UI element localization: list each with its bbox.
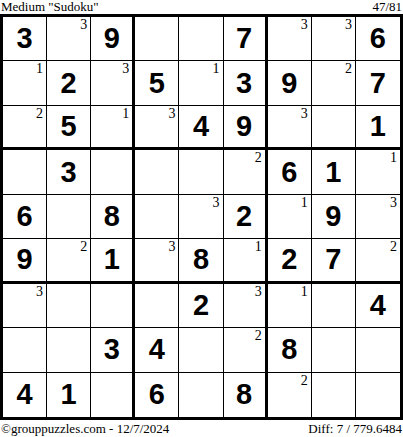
cell-r5c6[interactable]: 2 (224, 195, 268, 239)
cell-r8c7[interactable]: 8 (268, 328, 312, 372)
cell-r9c2[interactable]: 1 (47, 373, 91, 417)
sudoku-board: 3397336123513927251349313261168321939213… (0, 14, 403, 420)
cell-r1c2[interactable]: 3 (47, 17, 91, 61)
cell-r2c8[interactable]: 2 (312, 61, 356, 105)
cell-value: 1 (47, 373, 90, 417)
cell-value: 8 (268, 328, 311, 371)
difficulty-text: Diff: 7 / 779.6484 (308, 421, 402, 437)
cell-r8c9[interactable] (356, 328, 400, 372)
cell-r1c5[interactable] (179, 17, 223, 61)
puzzle-header: Medium "Sudoku" 47/81 (0, 0, 403, 14)
cell-r7c8[interactable] (312, 284, 356, 328)
cell-r3c6[interactable]: 9 (224, 106, 268, 150)
cell-r7c7[interactable]: 1 (268, 284, 312, 328)
cell-r4c8[interactable]: 1 (312, 150, 356, 194)
cell-r3c8[interactable] (312, 106, 356, 150)
cell-r2c9[interactable]: 7 (356, 61, 400, 105)
cell-r6c6[interactable]: 1 (224, 239, 268, 283)
cell-value: 4 (356, 284, 400, 327)
cell-value: 2 (179, 284, 222, 327)
cell-r1c3[interactable]: 9 (91, 17, 135, 61)
cell-value: 3 (47, 150, 90, 193)
cell-r8c2[interactable] (47, 328, 91, 372)
cell-r5c4[interactable] (135, 195, 179, 239)
pencil-mark: 3 (122, 61, 129, 76)
cell-r2c5[interactable]: 1 (179, 61, 223, 105)
cell-r3c4[interactable]: 3 (135, 106, 179, 150)
pencil-mark: 2 (36, 106, 43, 121)
cell-r5c7[interactable]: 1 (268, 195, 312, 239)
cell-value: 9 (224, 106, 265, 147)
cell-r5c3[interactable]: 8 (91, 195, 135, 239)
pencil-mark: 2 (80, 239, 87, 254)
cell-r1c6[interactable]: 7 (224, 17, 268, 61)
pencil-mark: 3 (255, 284, 262, 299)
cell-r5c2[interactable] (47, 195, 91, 239)
cell-r2c4[interactable]: 5 (135, 61, 179, 105)
pencil-mark: 1 (255, 239, 262, 254)
cell-r9c9[interactable] (356, 373, 400, 417)
cell-r1c7[interactable]: 3 (268, 17, 312, 61)
cell-r1c9[interactable]: 6 (356, 17, 400, 61)
progress-counter: 47/81 (372, 0, 402, 14)
cell-r9c4[interactable]: 6 (135, 373, 179, 417)
cell-value: 6 (356, 17, 400, 60)
cell-value: 2 (47, 61, 90, 104)
puzzle-footer: ©grouppuzzles.com - 12/7/2024 Diff: 7 / … (0, 420, 403, 437)
pencil-mark: 2 (390, 239, 397, 254)
cell-value: 7 (356, 61, 400, 104)
cell-r4c2[interactable]: 3 (47, 150, 91, 194)
cell-r9c6[interactable]: 8 (224, 373, 268, 417)
cell-r3c2[interactable]: 5 (47, 106, 91, 150)
pencil-mark: 3 (301, 106, 308, 121)
cell-r9c1[interactable]: 4 (3, 373, 47, 417)
cell-value: 8 (224, 373, 265, 417)
cell-r6c7[interactable]: 2 (268, 239, 312, 283)
cell-value: 5 (47, 106, 90, 147)
pencil-mark: 1 (390, 150, 397, 165)
cell-r4c1[interactable] (3, 150, 47, 194)
pencil-mark: 3 (345, 17, 352, 32)
pencil-mark: 2 (255, 328, 262, 343)
cell-value: 1 (91, 239, 132, 280)
cell-r8c5[interactable] (179, 328, 223, 372)
copyright-text: ©grouppuzzles.com - 12/7/2024 (1, 421, 169, 437)
cell-r4c5[interactable] (179, 150, 223, 194)
cell-r7c2[interactable] (47, 284, 91, 328)
pencil-mark: 2 (301, 373, 308, 388)
cell-value: 9 (91, 17, 132, 60)
cell-r2c3[interactable]: 3 (91, 61, 135, 105)
cell-value: 7 (224, 17, 265, 60)
cell-r4c6[interactable]: 2 (224, 150, 268, 194)
pencil-mark: 3 (390, 195, 397, 210)
cell-r9c7[interactable]: 2 (268, 373, 312, 417)
cell-r1c4[interactable] (135, 17, 179, 61)
cell-value: 3 (91, 328, 132, 371)
pencil-mark: 1 (301, 284, 308, 299)
cell-r5c8[interactable]: 9 (312, 195, 356, 239)
pencil-mark: 3 (168, 106, 175, 121)
cell-r6c2[interactable]: 2 (47, 239, 91, 283)
cell-r3c9[interactable]: 1 (356, 106, 400, 150)
pencil-mark: 1 (213, 61, 220, 76)
cell-value: 8 (91, 195, 132, 238)
cell-value: 9 (3, 239, 46, 280)
cell-r4c7[interactable]: 6 (268, 150, 312, 194)
cell-value: 6 (3, 195, 46, 238)
pencil-mark: 1 (36, 61, 43, 76)
cell-r8c1[interactable] (3, 328, 47, 372)
cell-r5c1[interactable]: 6 (3, 195, 47, 239)
cell-r2c1[interactable]: 1 (3, 61, 47, 105)
puzzle-title: Medium "Sudoku" (1, 0, 99, 14)
cell-value: 4 (3, 373, 46, 417)
cell-r8c6[interactable]: 2 (224, 328, 268, 372)
cell-value: 3 (224, 61, 265, 104)
cell-r4c4[interactable] (135, 150, 179, 194)
cell-r1c1[interactable]: 3 (3, 17, 47, 61)
cell-r7c4[interactable] (135, 284, 179, 328)
cell-value: 1 (312, 150, 355, 193)
cell-value: 8 (179, 239, 222, 280)
cell-r8c8[interactable] (312, 328, 356, 372)
pencil-mark: 2 (255, 150, 262, 165)
cell-r2c7[interactable]: 9 (268, 61, 312, 105)
cell-r9c8[interactable] (312, 373, 356, 417)
pencil-mark: 3 (301, 17, 308, 32)
cell-r9c5[interactable] (179, 373, 223, 417)
cell-value: 9 (312, 195, 355, 238)
cell-r6c4[interactable]: 3 (135, 239, 179, 283)
cell-r7c6[interactable]: 3 (224, 284, 268, 328)
cell-r6c8[interactable]: 7 (312, 239, 356, 283)
cell-r3c3[interactable]: 1 (91, 106, 135, 150)
cell-value: 5 (135, 61, 178, 104)
cell-r6c1[interactable]: 9 (3, 239, 47, 283)
cell-r3c5[interactable]: 4 (179, 106, 223, 150)
cell-r6c9[interactable]: 2 (356, 239, 400, 283)
cell-r1c8[interactable]: 3 (312, 17, 356, 61)
cell-value: 6 (135, 373, 178, 417)
cell-value: 2 (224, 195, 265, 238)
cell-r5c9[interactable]: 3 (356, 195, 400, 239)
pencil-mark: 3 (213, 195, 220, 210)
pencil-mark: 3 (80, 17, 87, 32)
cell-r6c5[interactable]: 8 (179, 239, 223, 283)
cell-r7c5[interactable]: 2 (179, 284, 223, 328)
cell-r7c1[interactable]: 3 (3, 284, 47, 328)
cell-value: 4 (135, 328, 178, 371)
cell-r3c7[interactable]: 3 (268, 106, 312, 150)
cell-r7c3[interactable] (91, 284, 135, 328)
cell-value: 4 (179, 106, 222, 147)
cell-value: 9 (268, 61, 311, 104)
cell-r5c5[interactable]: 3 (179, 195, 223, 239)
cell-value: 3 (3, 17, 46, 60)
cell-r2c2[interactable]: 2 (47, 61, 91, 105)
cell-r6c3[interactable]: 1 (91, 239, 135, 283)
cell-value: 6 (268, 150, 311, 193)
pencil-mark: 1 (122, 106, 129, 121)
pencil-mark: 1 (301, 195, 308, 210)
cell-r3c1[interactable]: 2 (3, 106, 47, 150)
pencil-mark: 3 (168, 239, 175, 254)
pencil-mark: 3 (36, 284, 43, 299)
cell-value: 1 (356, 106, 400, 147)
cell-value: 2 (268, 239, 311, 280)
cell-r9c3[interactable] (91, 373, 135, 417)
cell-r2c6[interactable]: 3 (224, 61, 268, 105)
cell-value: 7 (312, 239, 355, 280)
pencil-mark: 2 (345, 61, 352, 76)
cell-r7c9[interactable]: 4 (356, 284, 400, 328)
cell-r8c4[interactable]: 4 (135, 328, 179, 372)
cell-r4c3[interactable] (91, 150, 135, 194)
cell-r8c3[interactable]: 3 (91, 328, 135, 372)
cell-r4c9[interactable]: 1 (356, 150, 400, 194)
